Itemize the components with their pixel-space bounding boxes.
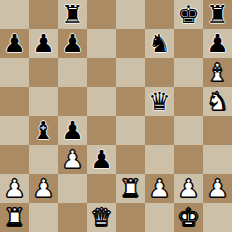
square-a3[interactable]: [0, 145, 29, 174]
square-a4[interactable]: [0, 116, 29, 145]
square-h1[interactable]: [203, 203, 232, 232]
square-b2[interactable]: ♟: [29, 174, 58, 203]
square-e3[interactable]: [116, 145, 145, 174]
square-h6[interactable]: ♝: [203, 58, 232, 87]
piece-white-bishop-h6[interactable]: ♝: [206, 58, 228, 87]
piece-white-pawn-f2[interactable]: ♟: [148, 174, 170, 203]
square-c2[interactable]: [58, 174, 87, 203]
piece-white-pawn-c3[interactable]: ♟: [61, 145, 83, 174]
piece-white-pawn-h2[interactable]: ♟: [206, 174, 228, 203]
piece-black-rook-h8[interactable]: ♜: [206, 0, 228, 29]
square-c4[interactable]: ♟: [58, 116, 87, 145]
square-f3[interactable]: [145, 145, 174, 174]
square-g7[interactable]: [174, 29, 203, 58]
square-c6[interactable]: [58, 58, 87, 87]
square-f6[interactable]: [145, 58, 174, 87]
square-b4[interactable]: ♝: [29, 116, 58, 145]
square-e1[interactable]: [116, 203, 145, 232]
square-g6[interactable]: [174, 58, 203, 87]
square-a1[interactable]: ♜: [0, 203, 29, 232]
piece-white-pawn-a2[interactable]: ♟: [3, 174, 25, 203]
square-b8[interactable]: [29, 0, 58, 29]
piece-black-pawn-h7[interactable]: ♟: [206, 29, 228, 58]
square-c5[interactable]: [58, 87, 87, 116]
square-d2[interactable]: [87, 174, 116, 203]
square-g5[interactable]: [174, 87, 203, 116]
square-h2[interactable]: ♟: [203, 174, 232, 203]
square-e6[interactable]: [116, 58, 145, 87]
square-f7[interactable]: ♞: [145, 29, 174, 58]
square-f5[interactable]: ♛: [145, 87, 174, 116]
square-e8[interactable]: [116, 0, 145, 29]
square-h7[interactable]: ♟: [203, 29, 232, 58]
square-b6[interactable]: [29, 58, 58, 87]
square-g8[interactable]: ♚: [174, 0, 203, 29]
piece-white-rook-e2[interactable]: ♜: [119, 174, 141, 203]
square-c3[interactable]: ♟: [58, 145, 87, 174]
square-a7[interactable]: ♟: [0, 29, 29, 58]
square-e4[interactable]: [116, 116, 145, 145]
square-g3[interactable]: [174, 145, 203, 174]
piece-black-pawn-d3[interactable]: ♟: [90, 145, 112, 174]
square-b7[interactable]: ♟: [29, 29, 58, 58]
square-e7[interactable]: [116, 29, 145, 58]
square-c8[interactable]: ♜: [58, 0, 87, 29]
piece-white-rook-a1[interactable]: ♜: [3, 203, 25, 232]
square-d6[interactable]: [87, 58, 116, 87]
square-h8[interactable]: ♜: [203, 0, 232, 29]
square-d1[interactable]: ♛: [87, 203, 116, 232]
piece-black-pawn-c4[interactable]: ♟: [61, 116, 83, 145]
piece-white-pawn-b2[interactable]: ♟: [32, 174, 54, 203]
piece-white-queen-d1[interactable]: ♛: [90, 203, 112, 232]
square-d4[interactable]: [87, 116, 116, 145]
piece-black-queen-f5[interactable]: ♛: [148, 87, 170, 116]
square-f8[interactable]: [145, 0, 174, 29]
square-f1[interactable]: [145, 203, 174, 232]
square-a5[interactable]: [0, 87, 29, 116]
piece-white-knight-h5[interactable]: ♞: [206, 87, 228, 116]
square-b3[interactable]: [29, 145, 58, 174]
piece-black-king-g8[interactable]: ♚: [177, 0, 199, 29]
square-b1[interactable]: [29, 203, 58, 232]
square-h4[interactable]: [203, 116, 232, 145]
square-c7[interactable]: ♟: [58, 29, 87, 58]
square-d3[interactable]: ♟: [87, 145, 116, 174]
square-d5[interactable]: [87, 87, 116, 116]
square-g1[interactable]: ♚: [174, 203, 203, 232]
piece-black-pawn-c7[interactable]: ♟: [61, 29, 83, 58]
piece-black-pawn-a7[interactable]: ♟: [3, 29, 25, 58]
square-d8[interactable]: [87, 0, 116, 29]
piece-black-rook-c8[interactable]: ♜: [61, 0, 83, 29]
square-e5[interactable]: [116, 87, 145, 116]
square-h3[interactable]: [203, 145, 232, 174]
square-a6[interactable]: [0, 58, 29, 87]
square-h5[interactable]: ♞: [203, 87, 232, 116]
square-b5[interactable]: [29, 87, 58, 116]
square-c1[interactable]: [58, 203, 87, 232]
square-g2[interactable]: ♟: [174, 174, 203, 203]
piece-black-bishop-b4[interactable]: ♝: [32, 116, 54, 145]
piece-white-king-g1[interactable]: ♚: [177, 203, 199, 232]
square-f4[interactable]: [145, 116, 174, 145]
square-a8[interactable]: [0, 0, 29, 29]
square-f2[interactable]: ♟: [145, 174, 174, 203]
piece-black-knight-f7[interactable]: ♞: [148, 29, 170, 58]
piece-white-pawn-g2[interactable]: ♟: [177, 174, 199, 203]
square-d7[interactable]: [87, 29, 116, 58]
chess-board: ♜♚♜♟♟♟♞♟♝♛♞♝♟♟♟♟♟♜♟♟♟♜♛♚: [0, 0, 232, 232]
piece-black-pawn-b7[interactable]: ♟: [32, 29, 54, 58]
square-a2[interactable]: ♟: [0, 174, 29, 203]
square-e2[interactable]: ♜: [116, 174, 145, 203]
square-g4[interactable]: [174, 116, 203, 145]
